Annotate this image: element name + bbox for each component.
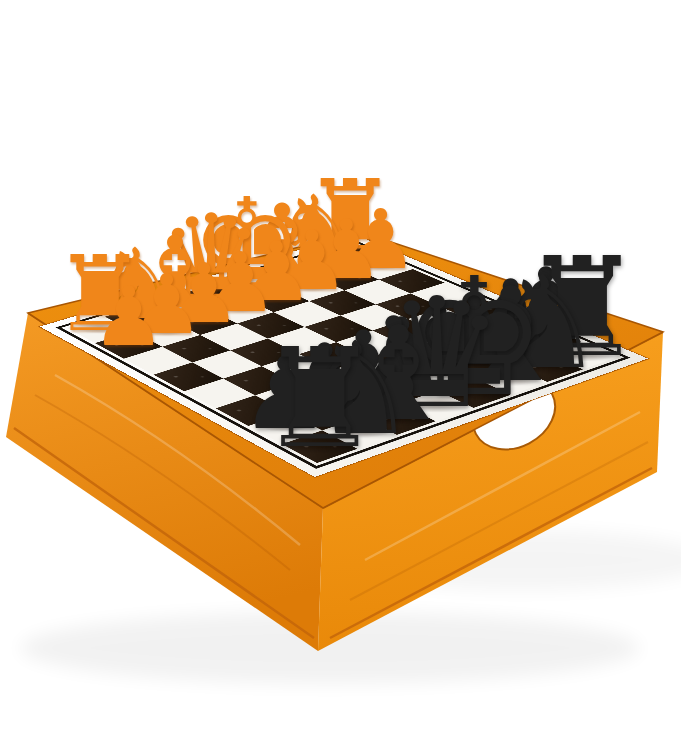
chess-set-photo: ♜♞♝♛♚♝♞♜♟♟♟♟♟♟♟♟♟♟♟♟♟♟♟♟♜♞♝♛♚♝♞♜ bbox=[0, 0, 681, 749]
